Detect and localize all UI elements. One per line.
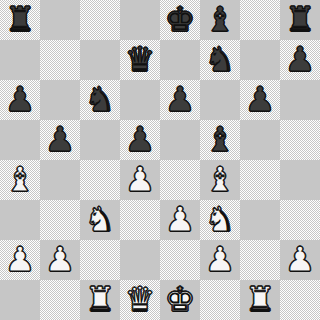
square-c2[interactable] xyxy=(80,240,120,280)
square-a1[interactable] xyxy=(0,280,40,320)
piece-white-queen: ♛ xyxy=(125,280,155,319)
square-h3[interactable] xyxy=(280,200,320,240)
piece-white-rook: ♜ xyxy=(245,280,275,319)
square-d4[interactable]: ♟ xyxy=(120,160,160,200)
square-f6[interactable] xyxy=(200,80,240,120)
square-a6[interactable]: ♟ xyxy=(0,80,40,120)
square-d2[interactable] xyxy=(120,240,160,280)
piece-white-bishop: ♝ xyxy=(5,160,35,199)
square-c6[interactable]: ♞ xyxy=(80,80,120,120)
square-e6[interactable]: ♟ xyxy=(160,80,200,120)
square-a3[interactable] xyxy=(0,200,40,240)
piece-black-pawn: ♟ xyxy=(45,120,75,159)
piece-black-pawn: ♟ xyxy=(125,120,155,159)
square-f1[interactable] xyxy=(200,280,240,320)
piece-white-pawn: ♟ xyxy=(125,160,155,199)
piece-white-knight: ♞ xyxy=(85,200,115,239)
piece-white-pawn: ♟ xyxy=(5,240,35,279)
square-f2[interactable]: ♟ xyxy=(200,240,240,280)
square-a7[interactable] xyxy=(0,40,40,80)
piece-white-bishop: ♝ xyxy=(205,160,235,199)
square-a8[interactable]: ♜ xyxy=(0,0,40,40)
square-g5[interactable] xyxy=(240,120,280,160)
square-b4[interactable] xyxy=(40,160,80,200)
piece-black-pawn: ♟ xyxy=(165,80,195,119)
piece-black-rook: ♜ xyxy=(285,0,315,39)
square-d8[interactable] xyxy=(120,0,160,40)
square-e7[interactable] xyxy=(160,40,200,80)
square-g1[interactable]: ♜ xyxy=(240,280,280,320)
square-e2[interactable] xyxy=(160,240,200,280)
square-f5[interactable]: ♝ xyxy=(200,120,240,160)
square-b8[interactable] xyxy=(40,0,80,40)
square-c8[interactable] xyxy=(80,0,120,40)
piece-black-pawn: ♟ xyxy=(285,40,315,79)
square-h4[interactable] xyxy=(280,160,320,200)
square-f3[interactable]: ♞ xyxy=(200,200,240,240)
piece-black-bishop: ♝ xyxy=(205,120,235,159)
piece-white-rook: ♜ xyxy=(85,280,115,319)
square-b3[interactable] xyxy=(40,200,80,240)
square-e3[interactable]: ♟ xyxy=(160,200,200,240)
square-h7[interactable]: ♟ xyxy=(280,40,320,80)
square-f4[interactable]: ♝ xyxy=(200,160,240,200)
square-b2[interactable]: ♟ xyxy=(40,240,80,280)
piece-black-knight: ♞ xyxy=(85,80,115,119)
square-d7[interactable]: ♛ xyxy=(120,40,160,80)
piece-white-pawn: ♟ xyxy=(45,240,75,279)
square-g3[interactable] xyxy=(240,200,280,240)
square-b7[interactable] xyxy=(40,40,80,80)
piece-black-knight: ♞ xyxy=(205,40,235,79)
piece-white-king: ♚ xyxy=(165,280,195,319)
square-d6[interactable] xyxy=(120,80,160,120)
square-g7[interactable] xyxy=(240,40,280,80)
piece-white-pawn: ♟ xyxy=(285,240,315,279)
square-g4[interactable] xyxy=(240,160,280,200)
piece-white-pawn: ♟ xyxy=(205,240,235,279)
square-b1[interactable] xyxy=(40,280,80,320)
piece-black-pawn: ♟ xyxy=(245,80,275,119)
square-h6[interactable] xyxy=(280,80,320,120)
square-c5[interactable] xyxy=(80,120,120,160)
square-d1[interactable]: ♛ xyxy=(120,280,160,320)
square-e4[interactable] xyxy=(160,160,200,200)
piece-black-queen: ♛ xyxy=(125,40,155,79)
piece-white-pawn: ♟ xyxy=(165,200,195,239)
square-c3[interactable]: ♞ xyxy=(80,200,120,240)
piece-white-knight: ♞ xyxy=(205,200,235,239)
square-b6[interactable] xyxy=(40,80,80,120)
square-h8[interactable]: ♜ xyxy=(280,0,320,40)
piece-black-king: ♚ xyxy=(165,0,195,39)
square-g2[interactable] xyxy=(240,240,280,280)
square-e1[interactable]: ♚ xyxy=(160,280,200,320)
piece-black-bishop: ♝ xyxy=(205,0,235,39)
square-d3[interactable] xyxy=(120,200,160,240)
square-a4[interactable]: ♝ xyxy=(0,160,40,200)
square-f8[interactable]: ♝ xyxy=(200,0,240,40)
square-b5[interactable]: ♟ xyxy=(40,120,80,160)
square-g8[interactable] xyxy=(240,0,280,40)
square-a2[interactable]: ♟ xyxy=(0,240,40,280)
square-a5[interactable] xyxy=(0,120,40,160)
square-g6[interactable]: ♟ xyxy=(240,80,280,120)
square-e8[interactable]: ♚ xyxy=(160,0,200,40)
square-c4[interactable] xyxy=(80,160,120,200)
piece-black-rook: ♜ xyxy=(5,0,35,39)
piece-black-pawn: ♟ xyxy=(5,80,35,119)
square-h5[interactable] xyxy=(280,120,320,160)
square-e5[interactable] xyxy=(160,120,200,160)
square-h2[interactable]: ♟ xyxy=(280,240,320,280)
square-f7[interactable]: ♞ xyxy=(200,40,240,80)
square-c1[interactable]: ♜ xyxy=(80,280,120,320)
chess-board: ♜♚♝♜♛♞♟♟♞♟♟♟♟♝♝♟♝♞♟♞♟♟♟♟♜♛♚♜ xyxy=(0,0,320,320)
square-c7[interactable] xyxy=(80,40,120,80)
square-d5[interactable]: ♟ xyxy=(120,120,160,160)
square-h1[interactable] xyxy=(280,280,320,320)
